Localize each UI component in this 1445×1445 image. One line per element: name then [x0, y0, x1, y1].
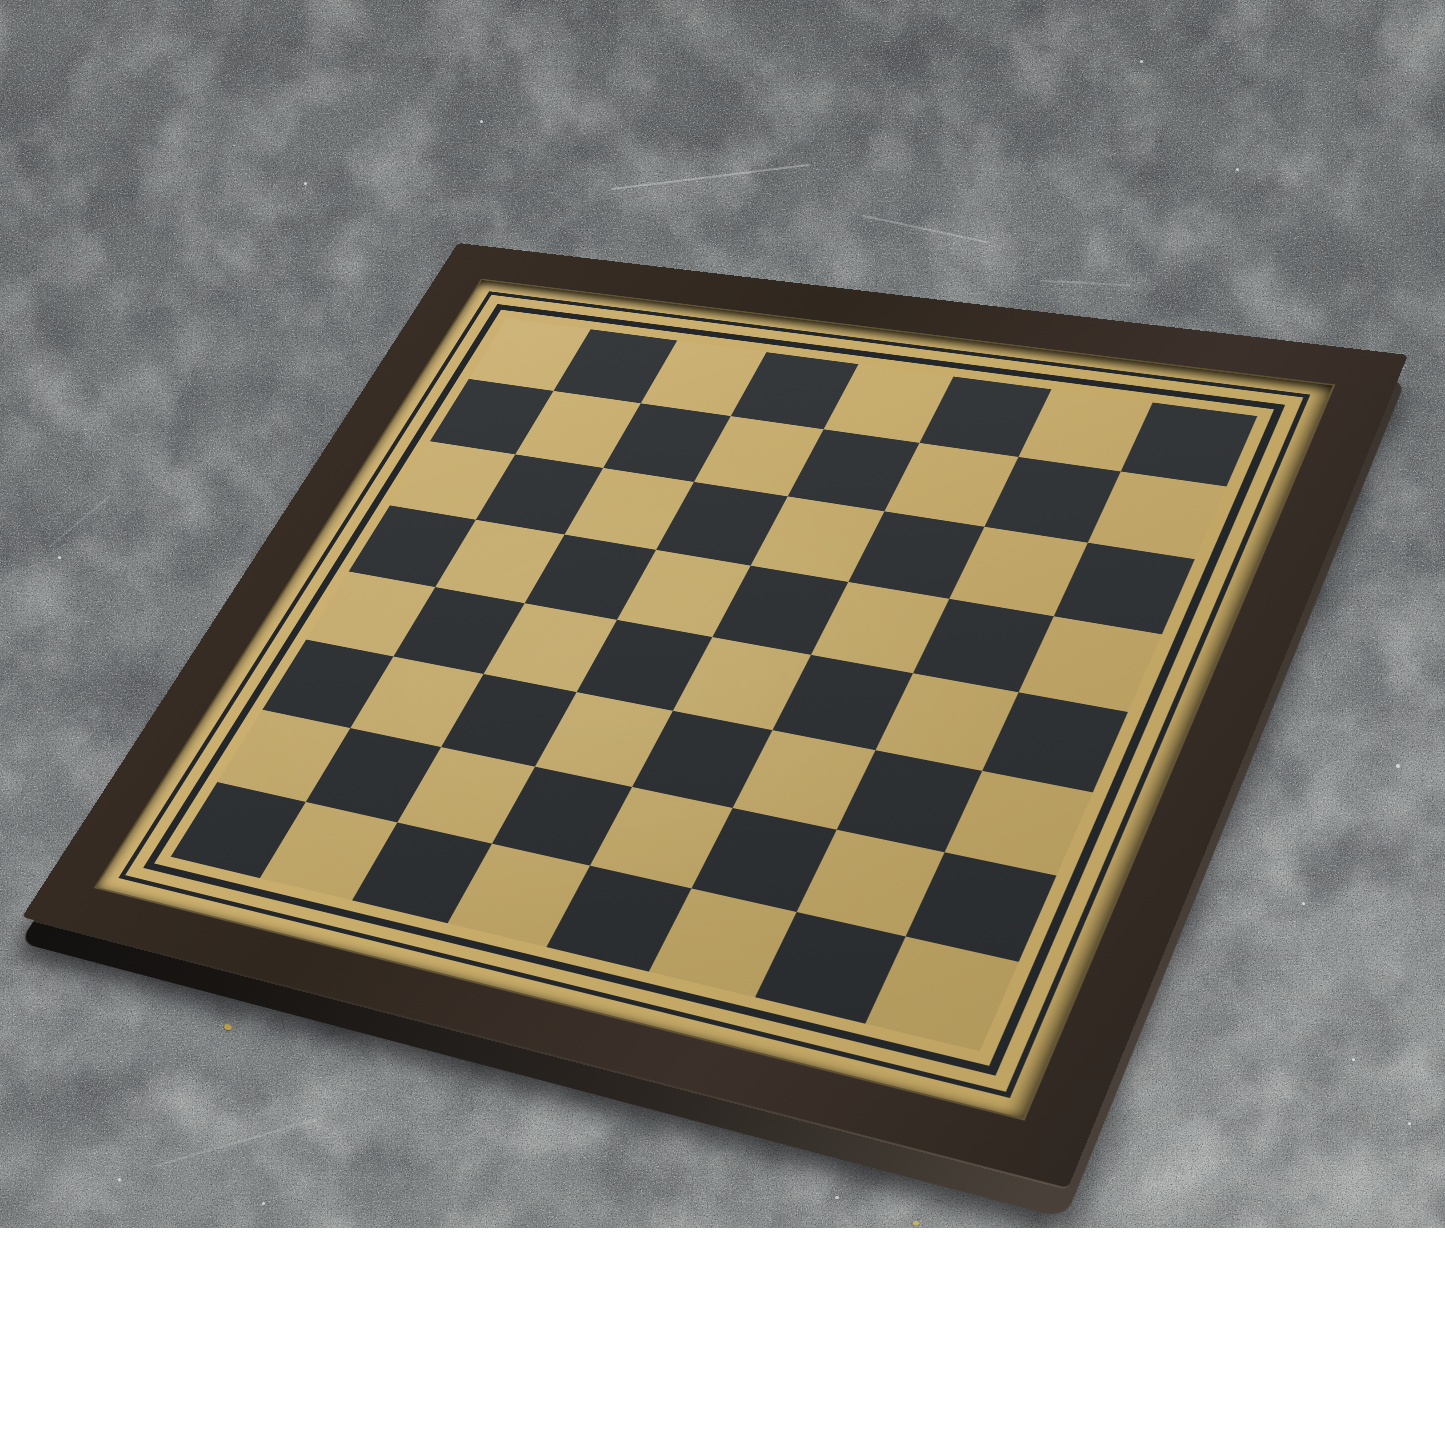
- debris-crumb: [913, 1221, 919, 1225]
- debris-speck: [58, 556, 61, 559]
- debris-speck: [1396, 764, 1400, 768]
- debris-speck: [1140, 60, 1143, 63]
- debris-speck: [1302, 902, 1305, 905]
- debris-speck: [304, 182, 307, 185]
- debris-speck: [1352, 1058, 1355, 1061]
- debris-speck: [118, 1178, 121, 1181]
- photo-of-chessboard: [0, 0, 1445, 1445]
- debris-speck: [1236, 168, 1239, 171]
- debris-speck: [480, 120, 483, 123]
- debris-speck: [262, 1202, 265, 1205]
- concrete-floor: [0, 0, 1445, 1228]
- debris-speck: [835, 1196, 839, 1199]
- debris-speck: [1408, 1122, 1411, 1125]
- white-photo-margin: [0, 1228, 1445, 1445]
